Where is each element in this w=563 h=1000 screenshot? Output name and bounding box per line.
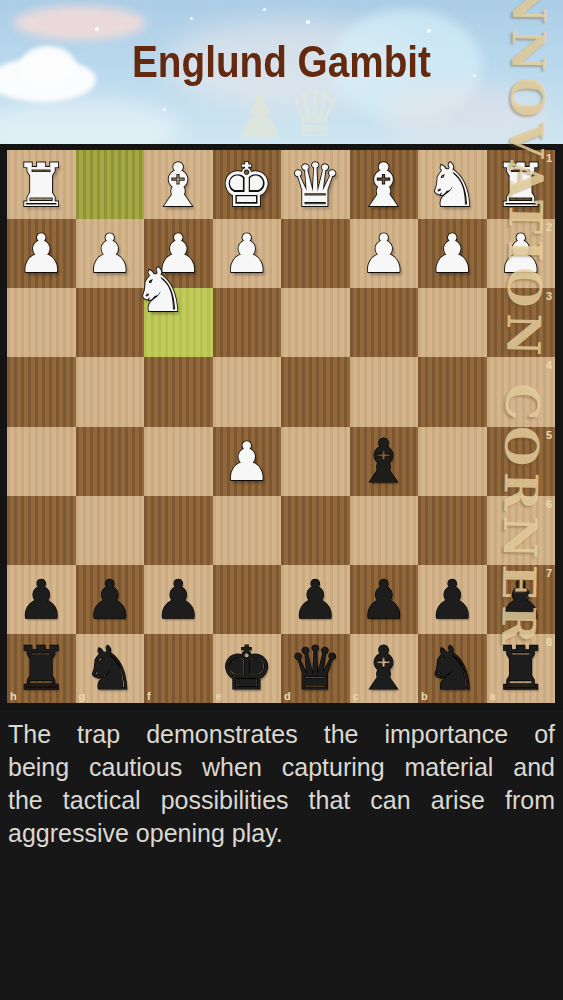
square-d3[interactable] — [281, 288, 350, 357]
square-f8[interactable]: f — [144, 634, 213, 703]
square-e4[interactable] — [213, 357, 282, 426]
square-f5[interactable] — [144, 427, 213, 496]
piece-black-queen[interactable]: ♛ — [288, 638, 342, 698]
piece-white-pawn[interactable]: ♟ — [223, 435, 271, 488]
piece-white-bishop[interactable]: ♝ — [151, 155, 205, 215]
page: ♟ ♛ Englund Gambit INNOVATION CORNER ♜♝♚… — [0, 0, 563, 1000]
square-b2[interactable]: ♟ — [418, 219, 487, 288]
file-label-c: c — [353, 690, 359, 702]
piece-white-pawn[interactable]: ♟ — [17, 227, 65, 280]
square-h3[interactable] — [7, 288, 76, 357]
square-f6[interactable] — [144, 496, 213, 565]
chessboard: ♜♝♚♛♝♞♜1♟♟♟♟♟♟♟2♞34♟♝56♟♟♟♟♟♟♟7♜h♞gf♚e♛d… — [7, 150, 555, 703]
piece-black-pawn[interactable]: ♟ — [360, 573, 408, 626]
piece-white-knight[interactable]: ♞ — [133, 260, 187, 320]
file-label-d: d — [284, 690, 291, 702]
square-g4[interactable] — [76, 357, 145, 426]
square-d2[interactable] — [281, 219, 350, 288]
page-title: Englund Gambit — [34, 38, 529, 86]
square-b3[interactable] — [418, 288, 487, 357]
header-sky: ♟ ♛ Englund Gambit — [0, 0, 563, 144]
sparkle — [95, 27, 99, 31]
file-label-f: f — [147, 690, 151, 702]
piece-white-king[interactable]: ♚ — [220, 155, 274, 215]
piece-white-pawn[interactable]: ♟ — [223, 227, 271, 280]
ghost-pawn-decoration: ♟ — [234, 88, 286, 144]
square-c6[interactable] — [350, 496, 419, 565]
piece-black-pawn[interactable]: ♟ — [154, 573, 202, 626]
square-e3[interactable] — [213, 288, 282, 357]
piece-black-bishop[interactable]: ♝ — [357, 431, 411, 491]
piece-black-knight[interactable]: ♞ — [83, 638, 137, 698]
square-b4[interactable] — [418, 357, 487, 426]
square-d7[interactable]: ♟ — [281, 565, 350, 634]
sparkle — [427, 29, 431, 33]
piece-black-king[interactable]: ♚ — [220, 638, 274, 698]
sparkle — [263, 8, 266, 11]
square-f4[interactable] — [144, 357, 213, 426]
square-b6[interactable] — [418, 496, 487, 565]
square-c2[interactable]: ♟ — [350, 219, 419, 288]
square-g8[interactable]: ♞g — [76, 634, 145, 703]
square-h5[interactable] — [7, 427, 76, 496]
square-d4[interactable] — [281, 357, 350, 426]
square-g7[interactable]: ♟ — [76, 565, 145, 634]
square-d8[interactable]: ♛d — [281, 634, 350, 703]
square-b8[interactable]: ♞b — [418, 634, 487, 703]
piece-white-knight[interactable]: ♞ — [425, 155, 479, 215]
piece-white-pawn[interactable]: ♟ — [428, 227, 476, 280]
square-e8[interactable]: ♚e — [213, 634, 282, 703]
piece-black-rook[interactable]: ♜ — [14, 638, 68, 698]
chessboard-frame: ♜♝♚♛♝♞♜1♟♟♟♟♟♟♟2♞34♟♝56♟♟♟♟♟♟♟7♜h♞gf♚e♛d… — [0, 144, 563, 711]
square-h6[interactable] — [7, 496, 76, 565]
piece-white-pawn[interactable]: ♟ — [360, 227, 408, 280]
piece-white-pawn[interactable]: ♟ — [86, 227, 134, 280]
square-e6[interactable] — [213, 496, 282, 565]
square-f1[interactable]: ♝ — [144, 150, 213, 219]
square-e1[interactable]: ♚ — [213, 150, 282, 219]
square-g6[interactable] — [76, 496, 145, 565]
square-h4[interactable] — [7, 357, 76, 426]
cloud — [0, 98, 183, 144]
file-label-b: b — [421, 690, 428, 702]
square-c4[interactable] — [350, 357, 419, 426]
file-label-h: h — [10, 690, 17, 702]
file-label-e: e — [216, 690, 222, 702]
piece-black-bishop[interactable]: ♝ — [357, 638, 411, 698]
square-g1[interactable] — [76, 150, 145, 219]
caption-line: aggressive opening play. — [8, 817, 555, 850]
rank-label-7: 7 — [546, 567, 552, 579]
sparkle — [306, 20, 310, 24]
square-d5[interactable] — [281, 427, 350, 496]
square-c3[interactable] — [350, 288, 419, 357]
square-h8[interactable]: ♜h — [7, 634, 76, 703]
piece-white-queen[interactable]: ♛ — [288, 155, 342, 215]
square-c5[interactable]: ♝ — [350, 427, 419, 496]
square-b5[interactable] — [418, 427, 487, 496]
square-b1[interactable]: ♞ — [418, 150, 487, 219]
square-d6[interactable] — [281, 496, 350, 565]
piece-white-rook[interactable]: ♜ — [14, 155, 68, 215]
file-label-a: a — [490, 690, 496, 702]
piece-white-bishop[interactable]: ♝ — [357, 155, 411, 215]
cloud — [14, 6, 146, 40]
piece-black-pawn[interactable]: ♟ — [17, 573, 65, 626]
caption: The trap demonstrates the importance of … — [0, 711, 563, 1000]
square-f7[interactable]: ♟ — [144, 565, 213, 634]
caption-line: being cautious when capturing material a… — [8, 751, 555, 784]
square-c7[interactable]: ♟ — [350, 565, 419, 634]
piece-black-knight[interactable]: ♞ — [425, 638, 479, 698]
square-h2[interactable]: ♟ — [7, 219, 76, 288]
square-e7[interactable] — [213, 565, 282, 634]
piece-black-pawn[interactable]: ♟ — [86, 573, 134, 626]
sparkle — [190, 17, 193, 20]
square-c1[interactable]: ♝ — [350, 150, 419, 219]
square-c8[interactable]: ♝c — [350, 634, 419, 703]
ghost-queen-decoration: ♛ — [286, 82, 343, 144]
square-h7[interactable]: ♟ — [7, 565, 76, 634]
square-h1[interactable]: ♜ — [7, 150, 76, 219]
piece-black-pawn[interactable]: ♟ — [428, 573, 476, 626]
square-e2[interactable]: ♟ — [213, 219, 282, 288]
square-d1[interactable]: ♛ — [281, 150, 350, 219]
caption-line: the tactical possibilities that can aris… — [8, 784, 555, 817]
square-g5[interactable] — [76, 427, 145, 496]
sparkle — [163, 108, 166, 111]
file-label-g: g — [79, 690, 86, 702]
square-f3[interactable]: ♞ — [144, 288, 213, 357]
piece-black-pawn[interactable]: ♟ — [291, 573, 339, 626]
square-b7[interactable]: ♟ — [418, 565, 487, 634]
square-e5[interactable]: ♟ — [213, 427, 282, 496]
rank-label-8: 8 — [546, 636, 552, 648]
caption-line: The trap demonstrates the importance of — [8, 718, 555, 751]
